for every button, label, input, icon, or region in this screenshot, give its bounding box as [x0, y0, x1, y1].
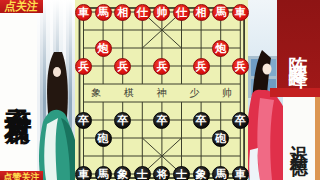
piece-red-兵[interactable]: 兵	[193, 58, 210, 75]
piece-black-馬[interactable]: 馬	[212, 166, 229, 181]
piece-red-車[interactable]: 車	[232, 4, 249, 21]
piece-black-砲[interactable]: 砲	[212, 130, 229, 147]
piece-black-象[interactable]: 象	[114, 166, 131, 181]
piece-black-卒[interactable]: 卒	[193, 112, 210, 129]
xiangqi-board[interactable]: 象棋神少帅 車馬相仕帅仕相馬車炮炮兵兵兵兵兵卒卒卒卒卒砲砲車馬象士将士象馬車	[75, 0, 248, 180]
river-watermark-char: 少	[189, 85, 199, 101]
piece-red-車[interactable]: 車	[75, 4, 92, 21]
piece-black-砲[interactable]: 砲	[95, 130, 112, 147]
piece-red-馬[interactable]: 馬	[95, 4, 112, 21]
piece-red-仕[interactable]: 仕	[134, 4, 151, 21]
piece-black-士[interactable]: 士	[173, 166, 190, 181]
piece-red-相[interactable]: 相	[193, 4, 210, 21]
left-title-column: 弃子对攻篇	[0, 0, 37, 180]
bottom-left-banner-label: 点赞关注	[4, 171, 40, 180]
piece-black-卒[interactable]: 卒	[114, 112, 131, 129]
piece-black-卒[interactable]: 卒	[232, 112, 249, 129]
piece-red-兵[interactable]: 兵	[75, 58, 92, 75]
piece-black-卒[interactable]: 卒	[75, 112, 92, 129]
piece-red-相[interactable]: 相	[114, 4, 131, 21]
piece-black-車[interactable]: 車	[232, 166, 249, 181]
river-watermark-char: 帅	[222, 85, 232, 101]
river-watermark: 象棋神少帅	[75, 85, 248, 101]
piece-red-炮[interactable]: 炮	[212, 40, 229, 57]
river-watermark-char: 象	[91, 85, 101, 101]
piece-red-炮[interactable]: 炮	[95, 40, 112, 57]
piece-red-兵[interactable]: 兵	[153, 58, 170, 75]
river-watermark-char: 棋	[124, 85, 134, 101]
player-top-name: 陈寒峰	[277, 12, 320, 90]
right-edge-strip	[315, 97, 320, 180]
subscribe-banner: 点关注	[0, 0, 43, 13]
woman-left-illustration	[37, 0, 75, 180]
piece-black-士[interactable]: 士	[134, 166, 151, 181]
river-watermark-char: 神	[157, 85, 167, 101]
piece-red-兵[interactable]: 兵	[114, 58, 131, 75]
piece-red-帅[interactable]: 帅	[153, 4, 170, 21]
bottom-left-banner: 点赞关注	[0, 171, 43, 180]
piece-black-卒[interactable]: 卒	[153, 112, 170, 129]
player-bottom-name: 迟新德	[283, 100, 316, 180]
subscribe-banner-label: 点关注	[4, 0, 40, 14]
piece-red-兵[interactable]: 兵	[232, 58, 249, 75]
background-left	[37, 0, 75, 180]
piece-black-象[interactable]: 象	[193, 166, 210, 181]
piece-red-馬[interactable]: 馬	[212, 4, 229, 21]
piece-red-仕[interactable]: 仕	[173, 4, 190, 21]
series-title: 弃子对攻篇	[0, 13, 37, 171]
thumbnail: 弃子对攻篇 点关注 点赞关注	[0, 0, 320, 180]
piece-black-馬[interactable]: 馬	[95, 166, 112, 181]
piece-black-車[interactable]: 車	[75, 166, 92, 181]
